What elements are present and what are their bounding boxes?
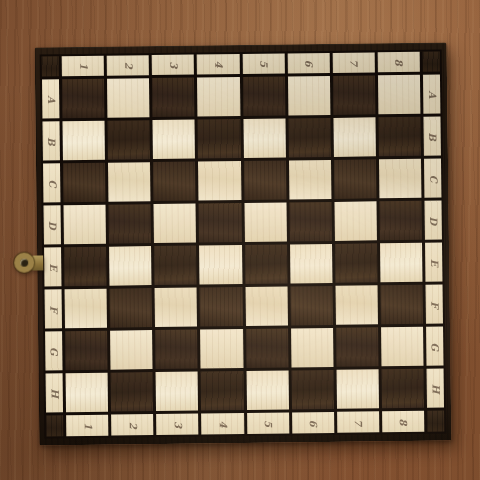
board-corner-bottom-right <box>427 411 444 432</box>
coord-glyph: 6 <box>303 60 313 67</box>
square-F2[interactable] <box>110 288 153 328</box>
coord-glyph: 7 <box>349 59 359 66</box>
square-F1[interactable] <box>65 289 108 329</box>
square-A2[interactable] <box>107 78 150 118</box>
coord-glyph: 2 <box>123 62 133 69</box>
square-A5[interactable] <box>242 76 285 116</box>
square-E4[interactable] <box>199 245 242 285</box>
square-B1[interactable] <box>62 121 105 161</box>
coord-label-right-E: E <box>425 243 442 282</box>
square-G4[interactable] <box>200 329 243 369</box>
coord-label-right-C: C <box>424 159 441 198</box>
square-E1[interactable] <box>64 247 107 287</box>
square-C2[interactable] <box>108 162 151 202</box>
coord-label-bottom-3: 3 <box>156 414 198 436</box>
coord-glyph: 4 <box>218 420 228 427</box>
coord-glyph: 5 <box>258 60 268 67</box>
square-E6[interactable] <box>290 244 333 284</box>
square-F8[interactable] <box>380 285 423 325</box>
square-H6[interactable] <box>291 370 334 410</box>
square-E8[interactable] <box>380 243 423 283</box>
square-D6[interactable] <box>289 202 332 242</box>
square-C3[interactable] <box>153 162 196 202</box>
coord-glyph: G <box>49 346 59 355</box>
square-H4[interactable] <box>201 371 244 411</box>
square-H8[interactable] <box>381 369 424 409</box>
square-D1[interactable] <box>64 205 107 245</box>
square-G3[interactable] <box>155 330 198 370</box>
square-D8[interactable] <box>379 201 422 241</box>
coord-label-top-7: 7 <box>332 52 374 73</box>
square-B8[interactable] <box>378 117 421 157</box>
square-A8[interactable] <box>378 75 421 115</box>
coord-label-bottom-6: 6 <box>292 412 334 434</box>
coord-label-bottom-1: 1 <box>66 415 108 437</box>
square-G8[interactable] <box>381 327 424 367</box>
square-F6[interactable] <box>290 286 333 326</box>
square-A3[interactable] <box>152 78 195 118</box>
square-B7[interactable] <box>333 117 376 157</box>
square-C5[interactable] <box>243 160 286 200</box>
coord-glyph: 1 <box>78 62 88 69</box>
square-E2[interactable] <box>109 246 152 286</box>
coord-glyph: C <box>47 179 57 187</box>
square-F5[interactable] <box>245 286 288 326</box>
board-corner-top-right <box>423 52 440 72</box>
coord-glyph: 7 <box>353 419 363 426</box>
square-D2[interactable] <box>109 204 152 244</box>
square-H3[interactable] <box>156 372 199 412</box>
square-G6[interactable] <box>291 328 334 368</box>
coord-glyph: 3 <box>168 61 178 68</box>
coord-label-right-A: A <box>423 75 440 114</box>
coord-glyph: C <box>428 174 438 182</box>
coord-glyph: F <box>48 305 58 312</box>
square-C7[interactable] <box>334 159 377 199</box>
coord-glyph: 6 <box>308 419 318 426</box>
coord-glyph: E <box>48 263 58 271</box>
coord-label-left-C: C <box>43 163 60 202</box>
coord-glyph: 5 <box>263 420 273 427</box>
square-G2[interactable] <box>110 330 153 370</box>
coord-label-top-1: 1 <box>62 56 104 77</box>
square-D4[interactable] <box>199 203 242 243</box>
coord-label-left-G: G <box>45 331 62 370</box>
square-H2[interactable] <box>111 372 154 412</box>
coord-label-right-B: B <box>423 117 440 156</box>
square-A6[interactable] <box>288 76 331 116</box>
coord-glyph: D <box>428 216 438 225</box>
coord-label-left-H: H <box>46 373 63 412</box>
square-E7[interactable] <box>335 243 378 283</box>
chess-board-box: 12345678AABBCCDDEEFFGGHH12345678 <box>35 42 452 445</box>
square-A4[interactable] <box>197 77 240 117</box>
square-F4[interactable] <box>200 287 243 327</box>
square-F7[interactable] <box>335 285 378 325</box>
square-D3[interactable] <box>154 204 197 244</box>
coord-label-left-D: D <box>44 205 61 244</box>
coord-label-bottom-8: 8 <box>382 411 424 433</box>
chess-board-grid: 12345678AABBCCDDEEFFGGHH12345678 <box>42 52 445 437</box>
square-H7[interactable] <box>336 369 379 409</box>
coord-label-right-D: D <box>424 201 441 240</box>
square-B3[interactable] <box>153 120 196 160</box>
coord-label-left-A: A <box>42 79 59 118</box>
square-C8[interactable] <box>379 159 422 199</box>
coord-glyph: A <box>46 95 56 103</box>
square-G7[interactable] <box>336 327 379 367</box>
coord-glyph: F <box>429 301 439 308</box>
coord-label-right-H: H <box>427 369 444 408</box>
square-B4[interactable] <box>198 119 241 159</box>
coord-glyph: H <box>430 383 440 393</box>
square-B6[interactable] <box>288 118 331 158</box>
square-E3[interactable] <box>154 246 197 286</box>
coord-glyph: 8 <box>398 418 408 425</box>
square-C6[interactable] <box>289 160 332 200</box>
coord-glyph: B <box>427 132 437 141</box>
square-G1[interactable] <box>65 331 108 371</box>
coord-label-right-F: F <box>426 285 443 324</box>
square-E5[interactable] <box>245 244 288 284</box>
coord-label-left-F: F <box>45 289 62 328</box>
coord-label-top-5: 5 <box>242 53 284 74</box>
coord-label-right-G: G <box>426 327 443 366</box>
coord-glyph: D <box>47 220 57 229</box>
square-H1[interactable] <box>66 373 109 413</box>
coord-label-top-6: 6 <box>287 53 329 74</box>
square-A7[interactable] <box>333 75 376 115</box>
square-D5[interactable] <box>244 202 287 242</box>
coord-label-bottom-2: 2 <box>111 414 153 436</box>
square-F3[interactable] <box>155 288 198 328</box>
coord-glyph: E <box>429 258 439 266</box>
coord-glyph: 8 <box>394 59 404 66</box>
coord-label-bottom-5: 5 <box>247 412 289 434</box>
coord-label-top-4: 4 <box>197 54 239 75</box>
coord-label-left-E: E <box>44 247 61 286</box>
square-C1[interactable] <box>63 163 106 203</box>
coord-label-top-3: 3 <box>152 55 194 76</box>
coord-glyph: 1 <box>82 422 92 429</box>
coord-glyph: B <box>46 137 56 146</box>
coord-label-top-8: 8 <box>378 52 420 73</box>
square-H5[interactable] <box>246 370 289 410</box>
coord-glyph: 2 <box>127 421 137 428</box>
coord-glyph: 3 <box>172 421 182 428</box>
coord-glyph: H <box>49 388 59 398</box>
square-G5[interactable] <box>246 328 289 368</box>
coord-label-bottom-4: 4 <box>201 413 243 435</box>
coord-label-left-B: B <box>42 121 59 160</box>
coord-glyph: A <box>427 90 437 98</box>
square-B5[interactable] <box>243 118 286 158</box>
coord-label-top-2: 2 <box>107 55 149 76</box>
board-corner-top-left <box>42 56 59 76</box>
coord-label-bottom-7: 7 <box>337 411 379 433</box>
coord-glyph: G <box>430 342 440 351</box>
square-C4[interactable] <box>198 161 241 201</box>
square-A1[interactable] <box>62 79 105 119</box>
coord-glyph: 4 <box>213 61 223 68</box>
square-D7[interactable] <box>334 201 377 241</box>
square-B2[interactable] <box>108 120 151 160</box>
board-corner-bottom-left <box>46 415 63 436</box>
